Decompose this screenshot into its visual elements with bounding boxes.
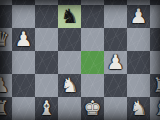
piece-white-bishop-h1[interactable]: ♝ [150,97,160,120]
piece-white-pawn-a2[interactable]: ♟ [0,74,12,97]
square-b2[interactable] [12,74,35,97]
square-h4[interactable] [150,28,160,51]
piece-white-pawn-b4[interactable]: ♟ [12,28,35,51]
square-g1[interactable]: ♞ [127,97,150,120]
square-d5[interactable]: ♞ [58,5,81,28]
square-e3[interactable] [81,51,104,74]
piece-white-pawn-f3[interactable]: ♟ [104,51,127,74]
square-f3[interactable]: ♟ [104,51,127,74]
chess-board: ♞♟♛♟♟♟♞♜♜♝♚♞♝ [0,0,160,120]
square-g3[interactable] [127,51,150,74]
square-e2[interactable] [81,74,104,97]
piece-white-rook-a1[interactable]: ♜ [0,97,12,120]
square-b1[interactable] [12,97,35,120]
square-e5[interactable] [81,5,104,28]
square-d2[interactable]: ♞ [58,74,81,97]
square-c5[interactable] [35,5,58,28]
square-c3[interactable] [35,51,58,74]
square-d1[interactable] [58,97,81,120]
square-c1[interactable]: ♝ [35,97,58,120]
square-e1[interactable]: ♚ [81,97,104,120]
square-d3[interactable] [58,51,81,74]
square-b3[interactable] [12,51,35,74]
square-a3[interactable] [0,51,12,74]
square-g2[interactable] [127,74,150,97]
square-a2[interactable]: ♟ [0,74,12,97]
square-g5[interactable]: ♟ [127,5,150,28]
square-h1[interactable]: ♝ [150,97,160,120]
piece-white-bishop-c1[interactable]: ♝ [35,97,58,120]
square-e4[interactable] [81,28,104,51]
square-c2[interactable] [35,74,58,97]
piece-white-knight-g1[interactable]: ♞ [127,97,150,120]
chess-app-screen: ♞♟♛♟♟♟♞♜♜♝♚♞♝ [0,0,160,120]
piece-white-rook-h2[interactable]: ♜ [150,74,160,97]
square-a5[interactable] [0,5,12,28]
square-f5[interactable] [104,5,127,28]
piece-white-king-e1[interactable]: ♚ [81,97,104,120]
square-f1[interactable] [104,97,127,120]
square-d4[interactable] [58,28,81,51]
square-h2[interactable]: ♜ [150,74,160,97]
square-h3[interactable] [150,51,160,74]
square-a1[interactable]: ♜ [0,97,12,120]
square-a4[interactable]: ♛ [0,28,12,51]
square-c4[interactable] [35,28,58,51]
piece-white-pawn-g5[interactable]: ♟ [127,5,150,28]
piece-black-knight-d5[interactable]: ♞ [58,5,81,28]
square-h5[interactable] [150,5,160,28]
square-b5[interactable] [12,5,35,28]
square-b4[interactable]: ♟ [12,28,35,51]
piece-white-knight-d2[interactable]: ♞ [58,74,81,97]
square-g4[interactable] [127,28,150,51]
piece-white-queen-a4[interactable]: ♛ [0,28,12,51]
square-f2[interactable] [104,74,127,97]
square-f4[interactable] [104,28,127,51]
